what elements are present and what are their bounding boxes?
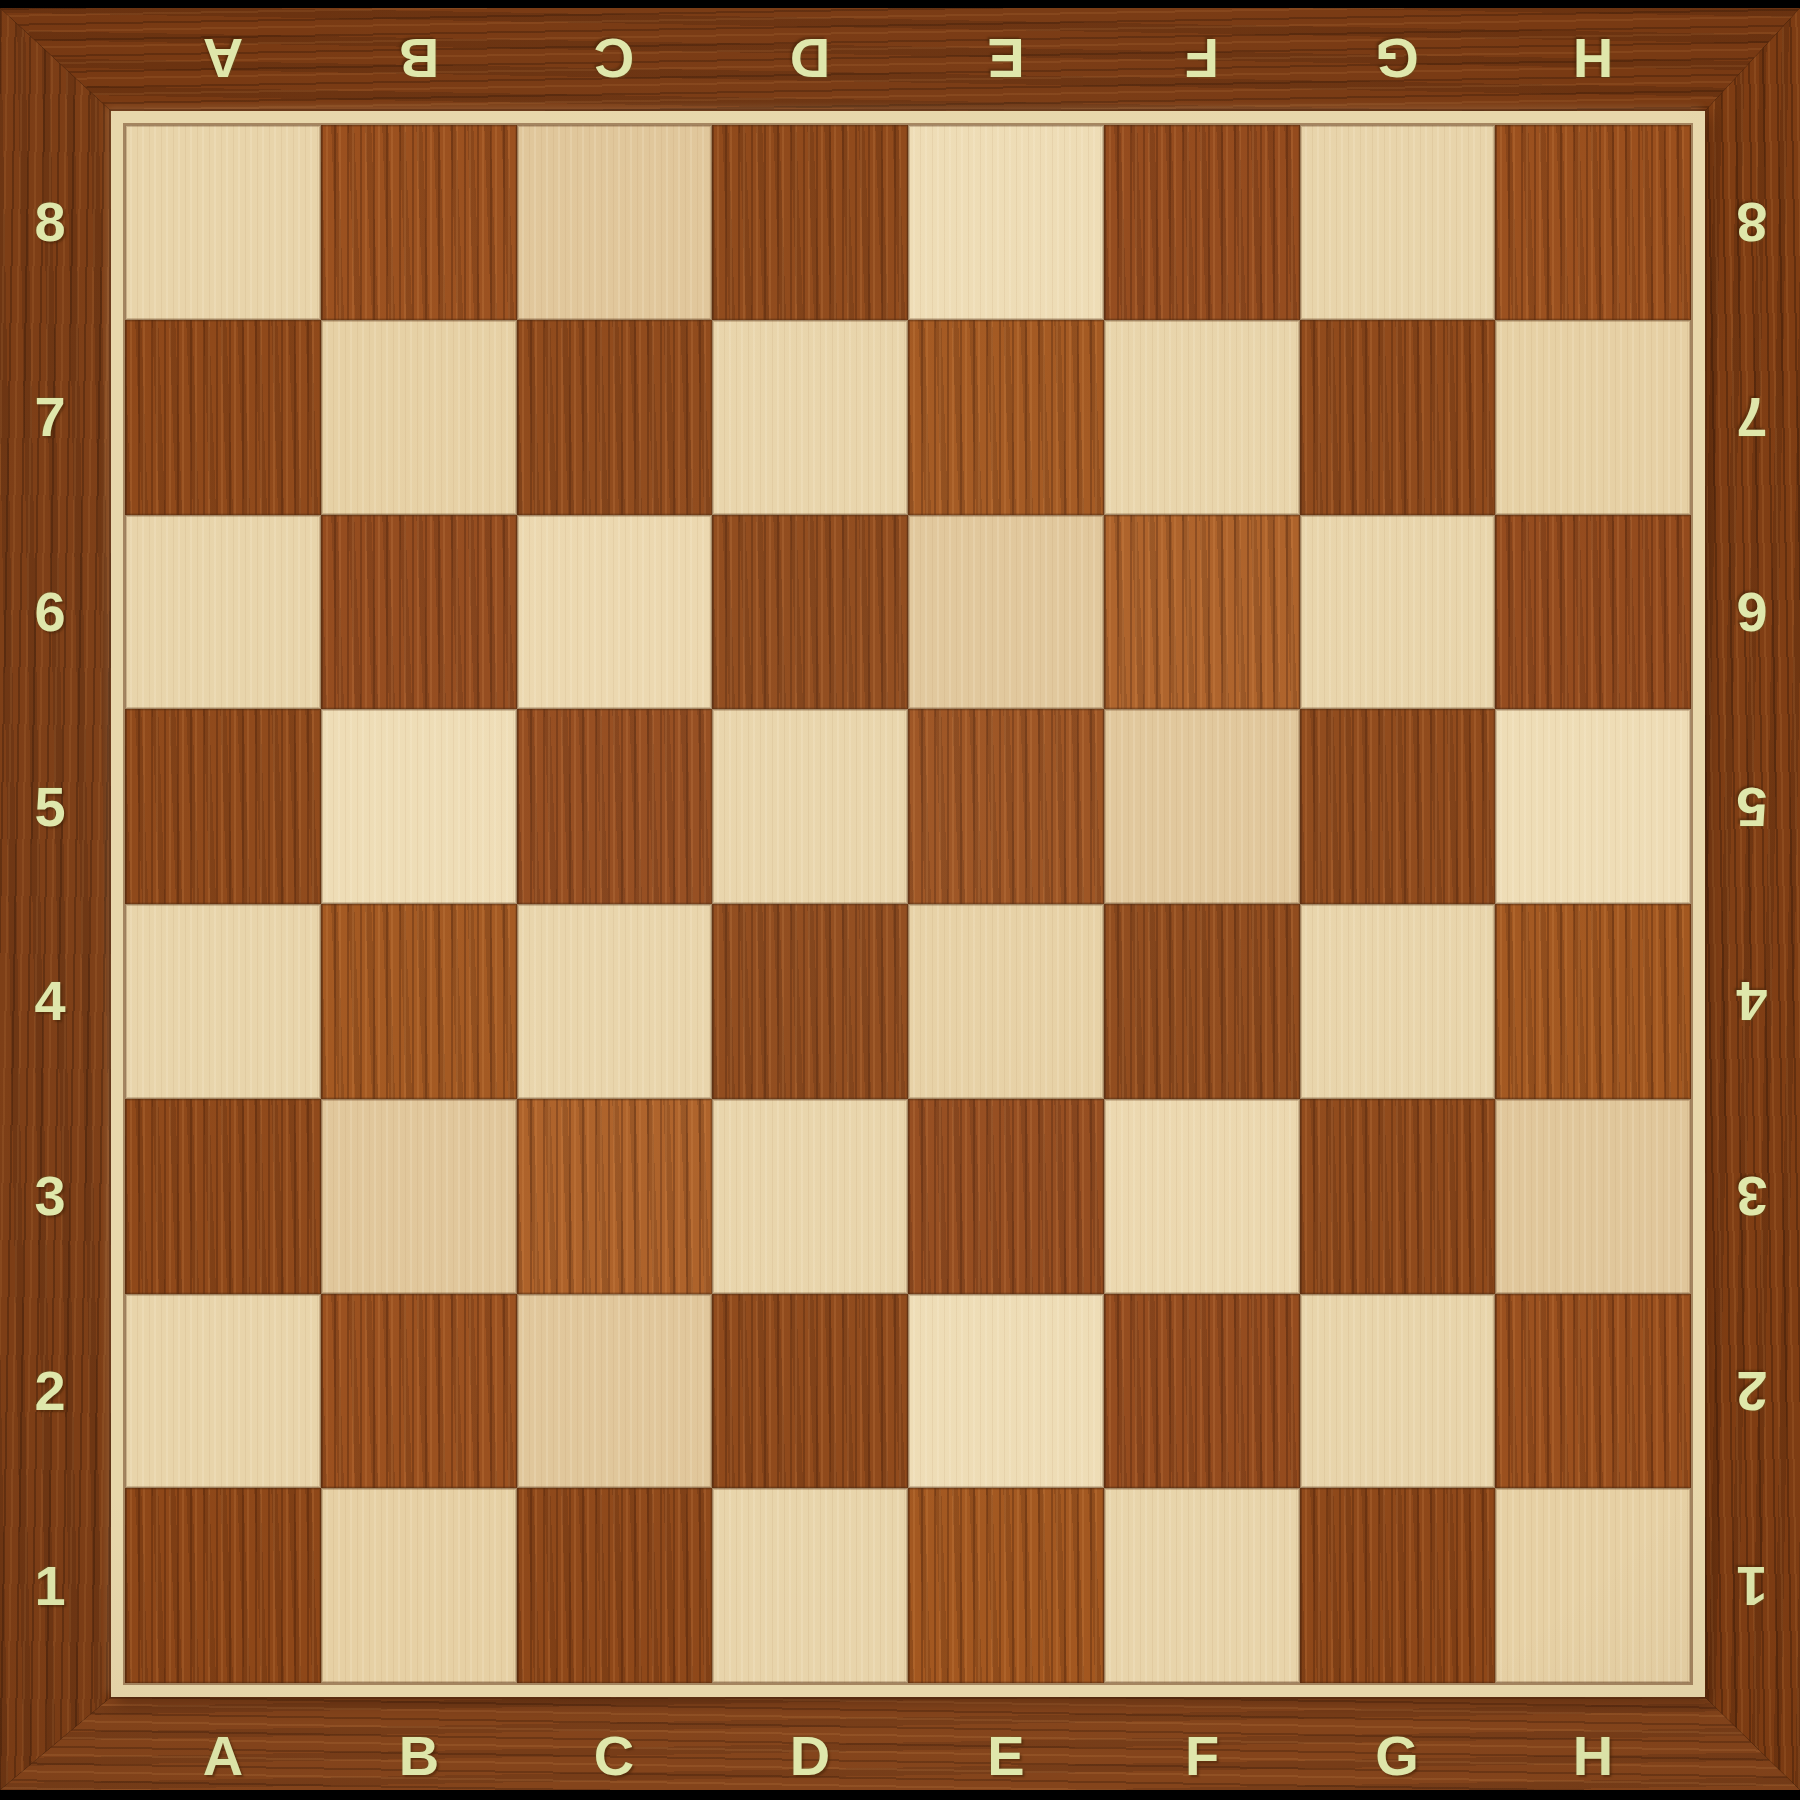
square-b7[interactable] <box>321 320 517 515</box>
file-label-top-h: H <box>1573 30 1613 86</box>
square-d8[interactable] <box>712 125 908 320</box>
square-f1[interactable] <box>1104 1488 1300 1683</box>
rank-label-left-1: 1 <box>34 1558 65 1614</box>
square-h7[interactable] <box>1495 320 1691 515</box>
square-d1[interactable] <box>712 1488 908 1683</box>
file-label-bottom-a: A <box>203 1728 243 1784</box>
square-d5[interactable] <box>712 709 908 904</box>
square-c8[interactable] <box>517 125 713 320</box>
square-f4[interactable] <box>1104 904 1300 1099</box>
file-label-bottom-g: G <box>1375 1728 1419 1784</box>
rank-label-left-8: 8 <box>34 194 65 250</box>
square-a5[interactable] <box>125 709 321 904</box>
square-c2[interactable] <box>517 1294 713 1489</box>
square-h2[interactable] <box>1495 1294 1691 1489</box>
squares-grid <box>125 125 1691 1683</box>
square-c7[interactable] <box>517 320 713 515</box>
square-g8[interactable] <box>1300 125 1496 320</box>
square-a6[interactable] <box>125 515 321 710</box>
rank-label-left-4: 4 <box>34 973 65 1029</box>
square-e8[interactable] <box>908 125 1104 320</box>
square-d7[interactable] <box>712 320 908 515</box>
square-h4[interactable] <box>1495 904 1691 1099</box>
square-f5[interactable] <box>1104 709 1300 904</box>
square-d2[interactable] <box>712 1294 908 1489</box>
square-f8[interactable] <box>1104 125 1300 320</box>
square-e2[interactable] <box>908 1294 1104 1489</box>
square-g2[interactable] <box>1300 1294 1496 1489</box>
square-c4[interactable] <box>517 904 713 1099</box>
square-b4[interactable] <box>321 904 517 1099</box>
square-d3[interactable] <box>712 1099 908 1294</box>
square-a1[interactable] <box>125 1488 321 1683</box>
square-b6[interactable] <box>321 515 517 710</box>
square-g4[interactable] <box>1300 904 1496 1099</box>
square-a7[interactable] <box>125 320 321 515</box>
rank-label-right-6: 6 <box>1736 584 1767 640</box>
chessboard: ABCDEFGHABCDEFGH8765432187654321 <box>0 8 1800 1790</box>
rank-label-right-2: 2 <box>1736 1363 1767 1419</box>
photo-background: ABCDEFGHABCDEFGH8765432187654321 <box>0 0 1800 1800</box>
rank-label-right-1: 1 <box>1736 1558 1767 1614</box>
square-b5[interactable] <box>321 709 517 904</box>
square-h5[interactable] <box>1495 709 1691 904</box>
square-b1[interactable] <box>321 1488 517 1683</box>
file-label-top-b: B <box>399 30 439 86</box>
file-label-top-f: F <box>1185 30 1219 86</box>
maple-inlay-border <box>111 111 1705 1697</box>
square-f7[interactable] <box>1104 320 1300 515</box>
rank-label-left-5: 5 <box>34 779 65 835</box>
square-e7[interactable] <box>908 320 1104 515</box>
square-g6[interactable] <box>1300 515 1496 710</box>
square-c6[interactable] <box>517 515 713 710</box>
file-label-bottom-d: D <box>790 1728 830 1784</box>
file-label-bottom-f: F <box>1185 1728 1219 1784</box>
file-label-top-g: G <box>1375 30 1419 86</box>
rank-label-left-2: 2 <box>34 1363 65 1419</box>
rank-label-left-7: 7 <box>34 389 65 445</box>
rank-label-right-3: 3 <box>1736 1168 1767 1224</box>
square-h3[interactable] <box>1495 1099 1691 1294</box>
square-e1[interactable] <box>908 1488 1104 1683</box>
square-f2[interactable] <box>1104 1294 1300 1489</box>
square-c5[interactable] <box>517 709 713 904</box>
square-c3[interactable] <box>517 1099 713 1294</box>
square-g5[interactable] <box>1300 709 1496 904</box>
square-d6[interactable] <box>712 515 908 710</box>
square-g7[interactable] <box>1300 320 1496 515</box>
square-a2[interactable] <box>125 1294 321 1489</box>
square-b8[interactable] <box>321 125 517 320</box>
rank-label-right-4: 4 <box>1736 973 1767 1029</box>
square-f6[interactable] <box>1104 515 1300 710</box>
square-h1[interactable] <box>1495 1488 1691 1683</box>
file-label-top-e: E <box>987 30 1024 86</box>
rank-label-right-7: 7 <box>1736 389 1767 445</box>
square-e6[interactable] <box>908 515 1104 710</box>
square-g3[interactable] <box>1300 1099 1496 1294</box>
file-label-top-c: C <box>594 30 634 86</box>
square-a8[interactable] <box>125 125 321 320</box>
rank-label-left-6: 6 <box>34 584 65 640</box>
square-e3[interactable] <box>908 1099 1104 1294</box>
rank-label-left-3: 3 <box>34 1168 65 1224</box>
file-label-top-d: D <box>790 30 830 86</box>
file-label-bottom-c: C <box>594 1728 634 1784</box>
file-label-bottom-e: E <box>987 1728 1024 1784</box>
square-a4[interactable] <box>125 904 321 1099</box>
square-g1[interactable] <box>1300 1488 1496 1683</box>
square-e5[interactable] <box>908 709 1104 904</box>
square-b3[interactable] <box>321 1099 517 1294</box>
square-c1[interactable] <box>517 1488 713 1683</box>
rank-label-right-5: 5 <box>1736 779 1767 835</box>
square-b2[interactable] <box>321 1294 517 1489</box>
square-a3[interactable] <box>125 1099 321 1294</box>
file-label-top-a: A <box>203 30 243 86</box>
file-label-bottom-h: H <box>1573 1728 1613 1784</box>
rank-label-right-8: 8 <box>1736 194 1767 250</box>
square-e4[interactable] <box>908 904 1104 1099</box>
square-d4[interactable] <box>712 904 908 1099</box>
square-h6[interactable] <box>1495 515 1691 710</box>
file-label-bottom-b: B <box>399 1728 439 1784</box>
square-h8[interactable] <box>1495 125 1691 320</box>
square-f3[interactable] <box>1104 1099 1300 1294</box>
